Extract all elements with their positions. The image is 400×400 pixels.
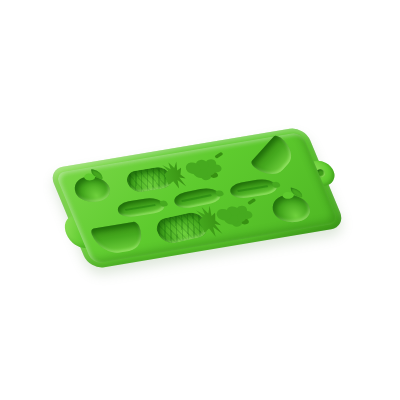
mold-tray (48, 126, 346, 269)
cavity-layer (48, 126, 304, 169)
product-photo (0, 0, 400, 400)
